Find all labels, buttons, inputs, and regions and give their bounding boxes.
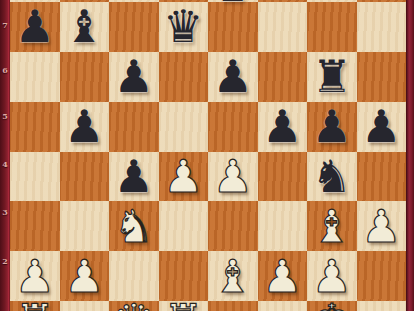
- square-g3: ♝: [307, 201, 357, 251]
- square-f5: ♟: [258, 102, 308, 152]
- square-b2: ♟: [60, 251, 110, 301]
- piece-white-queen-c1: ♛: [114, 298, 154, 311]
- square-a7: ♟: [10, 2, 60, 52]
- piece-white-rook-a1: ♜: [15, 298, 55, 311]
- square-h3: ♟: [357, 201, 407, 251]
- board-frame-right: [406, 0, 414, 311]
- square-f3: [258, 201, 308, 251]
- square-d5: [159, 102, 209, 152]
- square-a6: [10, 52, 60, 102]
- square-g5: ♟: [307, 102, 357, 152]
- piece-black-pawn-a7: ♟: [15, 4, 55, 49]
- piece-white-bishop-e2: ♝: [213, 254, 253, 299]
- square-e2: ♝: [208, 251, 258, 301]
- square-a1: ♜: [10, 301, 60, 311]
- square-c5: [109, 102, 159, 152]
- square-c6: ♟: [109, 52, 159, 102]
- board-frame-left: 765432: [0, 0, 10, 311]
- piece-black-pawn-f5: ♟: [262, 104, 302, 149]
- square-c1: ♛: [109, 301, 159, 311]
- square-a3: [10, 201, 60, 251]
- square-d3: [159, 201, 209, 251]
- square-e4: ♟: [208, 152, 258, 202]
- rank-label-6: 6: [0, 66, 10, 74]
- piece-white-king-g1: ♚: [312, 298, 352, 311]
- board: ♚♟♝♛♟♟♜♟♟♟♟♟♟♟♞♞♝♟♟♟♝♟♟♜♛♜♚: [10, 0, 406, 311]
- square-f7: [258, 2, 308, 52]
- piece-white-knight-c3: ♞: [114, 204, 154, 249]
- square-h2: [357, 251, 407, 301]
- square-a5: [10, 102, 60, 152]
- piece-black-queen-d7: ♛: [163, 4, 203, 49]
- piece-white-rook-d1: ♜: [163, 298, 203, 311]
- piece-black-pawn-e6: ♟: [213, 54, 253, 99]
- piece-black-pawn-c4: ♟: [114, 154, 154, 199]
- rank-label-4: 4: [0, 160, 10, 168]
- rank-label-2: 2: [0, 257, 10, 265]
- square-h6: [357, 52, 407, 102]
- square-c4: ♟: [109, 152, 159, 202]
- piece-white-pawn-a2: ♟: [15, 254, 55, 299]
- square-e6: ♟: [208, 52, 258, 102]
- square-d4: ♟: [159, 152, 209, 202]
- square-a4: [10, 152, 60, 202]
- piece-white-pawn-d4: ♟: [163, 154, 203, 199]
- square-e1: [208, 301, 258, 311]
- piece-black-pawn-c6: ♟: [114, 54, 154, 99]
- piece-white-bishop-g3: ♝: [312, 204, 352, 249]
- piece-black-knight-g4: ♞: [312, 154, 352, 199]
- square-b4: [60, 152, 110, 202]
- piece-white-pawn-e4: ♟: [213, 154, 253, 199]
- piece-white-pawn-b2: ♟: [64, 254, 104, 299]
- piece-black-pawn-b5: ♟: [64, 104, 104, 149]
- piece-white-pawn-h3: ♟: [361, 204, 401, 249]
- square-e8: ♚: [208, 0, 258, 2]
- square-f4: [258, 152, 308, 202]
- piece-black-pawn-h5: ♟: [361, 104, 401, 149]
- square-e3: [208, 201, 258, 251]
- square-f1: [258, 301, 308, 311]
- chess-diagram: ♚♟♝♛♟♟♜♟♟♟♟♟♟♟♞♞♝♟♟♟♝♟♟♜♛♜♚ 765432: [0, 0, 414, 311]
- rank-label-5: 5: [0, 112, 10, 120]
- piece-black-rook-g6: ♜: [312, 54, 352, 99]
- square-g4: ♞: [307, 152, 357, 202]
- piece-white-pawn-g2: ♟: [312, 254, 352, 299]
- square-b5: ♟: [60, 102, 110, 152]
- piece-black-pawn-g5: ♟: [312, 104, 352, 149]
- square-b3: [60, 201, 110, 251]
- square-g6: ♜: [307, 52, 357, 102]
- square-f6: [258, 52, 308, 102]
- piece-white-pawn-f2: ♟: [262, 254, 302, 299]
- square-b1: [60, 301, 110, 311]
- square-h7: [357, 2, 407, 52]
- square-g7: [307, 2, 357, 52]
- square-h1: [357, 301, 407, 311]
- square-d1: ♜: [159, 301, 209, 311]
- square-h5: ♟: [357, 102, 407, 152]
- piece-black-king-e8: ♚: [213, 0, 253, 8]
- square-h4: [357, 152, 407, 202]
- square-g1: ♚: [307, 301, 357, 311]
- piece-black-bishop-b7: ♝: [64, 4, 104, 49]
- square-c7: [109, 2, 159, 52]
- rank-label-7: 7: [0, 21, 10, 29]
- square-e5: [208, 102, 258, 152]
- rank-label-3: 3: [0, 208, 10, 216]
- square-d7: ♛: [159, 2, 209, 52]
- square-c3: ♞: [109, 201, 159, 251]
- square-b6: [60, 52, 110, 102]
- square-f2: ♟: [258, 251, 308, 301]
- square-d6: [159, 52, 209, 102]
- square-b7: ♝: [60, 2, 110, 52]
